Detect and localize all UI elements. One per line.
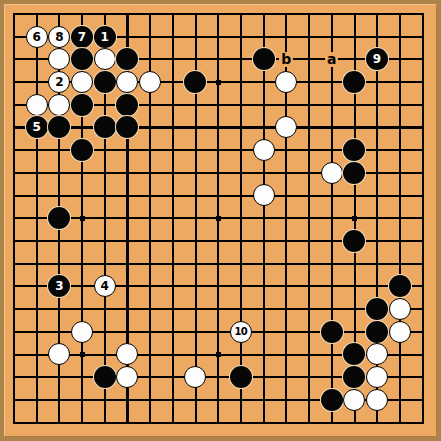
- stone-white: [48, 48, 70, 70]
- stone-white: [139, 71, 161, 93]
- stone-black: [366, 321, 388, 343]
- stone-white-move-2: 2: [48, 71, 70, 93]
- stone-black: [94, 71, 116, 93]
- stone-white: [116, 71, 138, 93]
- stone-white: [366, 366, 388, 388]
- stone-black: [343, 162, 365, 184]
- stone-black: [94, 366, 116, 388]
- star-point: [216, 352, 221, 357]
- stone-white-move-8: 8: [48, 26, 70, 48]
- stone-white: [389, 321, 411, 343]
- stone-white: [366, 343, 388, 365]
- stone-black: [343, 71, 365, 93]
- stone-white: [366, 389, 388, 411]
- stone-black: [343, 139, 365, 161]
- stone-black: [253, 48, 275, 70]
- stone-black: [71, 48, 93, 70]
- stone-black: [116, 116, 138, 138]
- stone-white: [253, 139, 275, 161]
- stone-black-move-7: 7: [71, 26, 93, 48]
- star-point: [80, 352, 85, 357]
- stone-white: [343, 389, 365, 411]
- stone-black-move-1: 1: [94, 26, 116, 48]
- stone-black: [94, 116, 116, 138]
- star-point: [216, 216, 221, 221]
- stone-black: [343, 230, 365, 252]
- stone-black: [321, 321, 343, 343]
- stone-white: [275, 116, 297, 138]
- star-point: [352, 216, 357, 221]
- stone-white: [26, 94, 48, 116]
- stone-white: [253, 184, 275, 206]
- stone-white: [116, 366, 138, 388]
- stone-black: [48, 207, 70, 229]
- stone-white: [71, 71, 93, 93]
- stone-white-move-4: 4: [94, 275, 116, 297]
- stone-white: [48, 343, 70, 365]
- stone-black-move-3: 3: [48, 275, 70, 297]
- stone-black: [321, 389, 343, 411]
- stone-black: [48, 116, 70, 138]
- stone-black: [116, 48, 138, 70]
- star-point: [80, 216, 85, 221]
- stone-black-move-9: 9: [366, 48, 388, 70]
- stone-white: [389, 298, 411, 320]
- board-grid: 68719253410ba: [3, 3, 434, 434]
- stone-black: [389, 275, 411, 297]
- stone-black: [184, 71, 206, 93]
- stone-black: [71, 94, 93, 116]
- stone-black: [343, 343, 365, 365]
- stone-black: [230, 366, 252, 388]
- stone-white: [48, 94, 70, 116]
- point-label-a: a: [325, 52, 338, 67]
- stone-black: [343, 366, 365, 388]
- stone-white: [184, 366, 206, 388]
- star-point: [216, 80, 221, 85]
- stone-black: [71, 139, 93, 161]
- stone-black: [116, 94, 138, 116]
- go-board: 68719253410ba: [0, 0, 441, 441]
- point-label-b: b: [279, 52, 293, 67]
- stone-black: [366, 298, 388, 320]
- stone-white: [71, 321, 93, 343]
- stone-white-move-6: 6: [26, 26, 48, 48]
- stone-black-move-5: 5: [26, 116, 48, 138]
- stone-white: [116, 343, 138, 365]
- stone-white-move-10: 10: [230, 321, 252, 343]
- stone-white: [94, 48, 116, 70]
- stone-white: [321, 162, 343, 184]
- stone-white: [275, 71, 297, 93]
